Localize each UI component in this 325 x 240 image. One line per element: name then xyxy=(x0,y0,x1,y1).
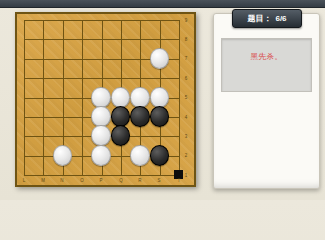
row-label-9: 9 xyxy=(185,17,188,22)
white-stone xyxy=(91,146,110,165)
go-board[interactable]: LMNOPQRST 987654321 xyxy=(15,12,196,187)
row-label-5: 5 xyxy=(185,95,188,100)
col-label-R: R xyxy=(138,178,141,183)
black-stone-S4 xyxy=(150,106,169,127)
problem-instruction: 黑先杀。 xyxy=(222,52,311,62)
black-stone-R4 xyxy=(130,106,149,127)
problem-counter-value: 6/6 xyxy=(275,14,286,23)
white-stone xyxy=(91,126,110,145)
white-stone-R5 xyxy=(130,87,149,108)
white-stone-P3 xyxy=(91,125,110,146)
row-label-7: 7 xyxy=(185,56,188,61)
row-label-6: 6 xyxy=(185,75,188,80)
white-stone-Q5 xyxy=(111,87,130,108)
col-label-O: O xyxy=(80,178,84,183)
white-stone xyxy=(150,49,169,68)
white-stone xyxy=(150,87,169,106)
answer-box: 黑先杀。 xyxy=(221,38,312,92)
black-stone xyxy=(111,126,130,145)
black-stone-Q3 xyxy=(111,125,130,146)
white-stone-P5 xyxy=(91,87,110,108)
stones-layer xyxy=(14,10,189,185)
black-stone xyxy=(130,107,149,126)
problem-panel: 黑先杀。 xyxy=(213,13,320,189)
problem-counter-label: 题目： xyxy=(247,13,271,24)
black-stone-Q4 xyxy=(111,106,130,127)
white-stone xyxy=(130,146,149,165)
black-stone xyxy=(150,146,169,165)
col-label-L: L xyxy=(22,178,25,183)
top-bar xyxy=(0,0,325,8)
white-stone-P4 xyxy=(91,106,110,127)
white-stone-S5 xyxy=(150,87,169,108)
white-stone xyxy=(53,146,72,165)
col-label-P: P xyxy=(100,178,103,183)
col-label-N: N xyxy=(61,178,64,183)
white-stone xyxy=(111,87,130,106)
row-label-8: 8 xyxy=(185,37,188,42)
white-stone-P2 xyxy=(91,145,110,166)
col-label-S: S xyxy=(158,178,161,183)
white-stone-R2 xyxy=(130,145,149,166)
white-stone xyxy=(91,107,110,126)
row-label-4: 4 xyxy=(185,114,188,119)
white-stone xyxy=(130,87,149,106)
black-stone-S2 xyxy=(150,145,169,166)
white-stone-N2 xyxy=(53,145,72,166)
white-stone xyxy=(91,87,110,106)
col-label-M: M xyxy=(41,178,45,183)
problem-counter[interactable]: 题目： 6/6 xyxy=(232,9,302,28)
col-label-Q: Q xyxy=(119,178,123,183)
white-stone-S7 xyxy=(150,48,169,69)
row-label-3: 3 xyxy=(185,134,188,139)
row-label-2: 2 xyxy=(185,153,188,158)
black-stone xyxy=(111,107,130,126)
black-stone xyxy=(150,107,169,126)
col-label-T: T xyxy=(177,178,180,183)
row-label-1: 1 xyxy=(185,172,188,177)
